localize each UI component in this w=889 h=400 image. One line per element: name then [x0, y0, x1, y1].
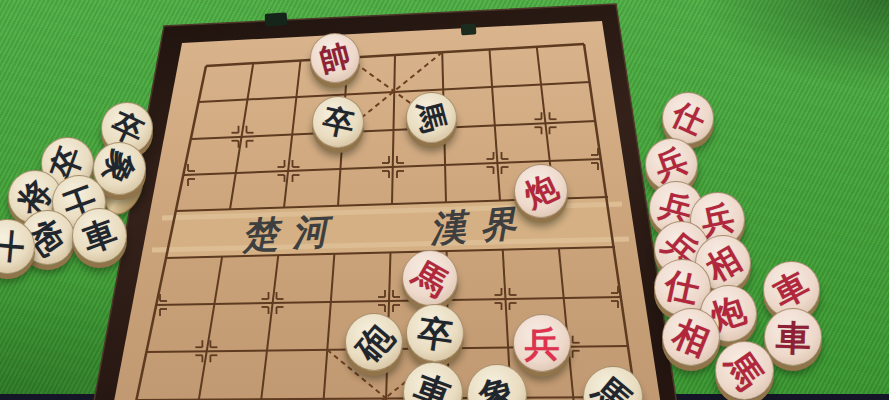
piece-horse[interactable]: 馬	[406, 92, 457, 143]
piece-horse[interactable]: 馬	[715, 341, 774, 400]
piece-cannon[interactable]: 炮	[514, 164, 568, 218]
piece-cannon[interactable]: 砲	[345, 313, 403, 371]
piece-red-elephant[interactable]: 相	[662, 308, 720, 366]
piece-black-soldier[interactable]: 卒	[406, 304, 464, 362]
piece-horse[interactable]: 馬	[402, 250, 458, 306]
scene: 楚河 漢界 帥卒馬炮馬砲卒兵車象馬卒卒象将士炮車士仕兵兵兵兵相仕炮相車車馬	[0, 0, 889, 400]
piece-black-elephant[interactable]: 象	[467, 364, 527, 400]
piece-horse[interactable]: 馬	[583, 366, 643, 400]
piece-red-soldier[interactable]: 兵	[513, 314, 571, 372]
piece-red-general[interactable]: 帥	[310, 33, 360, 83]
piece-red-advisor[interactable]: 仕	[662, 92, 714, 144]
piece-black-soldier[interactable]: 卒	[312, 96, 364, 148]
pieces-layer: 帥卒馬炮馬砲卒兵車象馬卒卒象将士炮車士仕兵兵兵兵相仕炮相車車馬	[0, 0, 889, 400]
piece-chariot[interactable]: 車	[764, 308, 822, 366]
piece-chariot[interactable]: 車	[72, 208, 127, 263]
piece-chariot[interactable]: 車	[403, 362, 463, 400]
